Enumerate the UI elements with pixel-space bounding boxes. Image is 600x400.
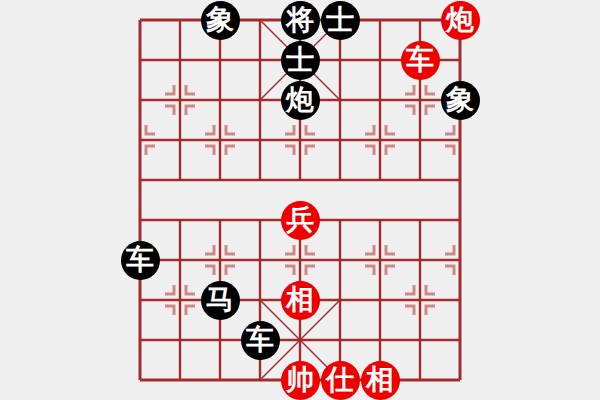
red-advisor-piece[interactable]: 仕 bbox=[321, 361, 360, 400]
red-soldier-piece[interactable]: 兵 bbox=[281, 201, 320, 240]
red-cannon-piece[interactable]: 炮 bbox=[441, 1, 480, 40]
red-general-piece[interactable]: 帅 bbox=[281, 361, 320, 400]
black-advisor-piece[interactable]: 士 bbox=[281, 41, 320, 80]
black-elephant-piece[interactable]: 象 bbox=[441, 81, 480, 120]
red-elephant-piece[interactable]: 相 bbox=[361, 361, 400, 400]
red-elephant-piece[interactable]: 相 bbox=[281, 281, 320, 320]
black-general-piece[interactable]: 将 bbox=[281, 1, 320, 40]
board-grid: 象将士炮士车炮象兵车马相车帅仕相 bbox=[120, 0, 480, 400]
red-chariot-piece[interactable]: 车 bbox=[401, 41, 440, 80]
xiangqi-board: 象将士炮士车炮象兵车马相车帅仕相 bbox=[0, 0, 600, 400]
black-horse-piece[interactable]: 马 bbox=[201, 281, 240, 320]
black-elephant-piece[interactable]: 象 bbox=[201, 1, 240, 40]
black-advisor-piece[interactable]: 士 bbox=[321, 1, 360, 40]
black-cannon-piece[interactable]: 炮 bbox=[281, 81, 320, 120]
black-chariot-piece[interactable]: 车 bbox=[241, 321, 280, 360]
black-chariot-piece[interactable]: 车 bbox=[121, 241, 160, 280]
